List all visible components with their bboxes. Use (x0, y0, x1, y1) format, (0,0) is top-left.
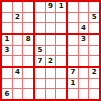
box-r2c3: 3 (68, 35, 99, 66)
cell-r5c9-empty[interactable] (89, 46, 99, 56)
cell-r4c2-empty[interactable] (13, 35, 23, 45)
cell-r1c3-empty[interactable] (23, 2, 33, 12)
cell-r9c6-empty[interactable] (56, 89, 66, 99)
cell-r7c8-empty[interactable] (79, 68, 89, 78)
cell-r7c7-given: 7 (68, 68, 78, 78)
box-r3c3: 721 (68, 68, 99, 99)
box-r2c2: 572 (35, 35, 66, 66)
cell-r1c8-empty[interactable] (79, 2, 89, 12)
box-r3c1: 46 (2, 68, 33, 99)
cell-r2c3-empty[interactable] (23, 13, 33, 23)
cell-r4c9-empty[interactable] (89, 35, 99, 45)
cell-r4c4-empty[interactable] (35, 35, 45, 45)
box-r1c3: 54 (68, 2, 99, 33)
cell-r4c5-empty[interactable] (46, 35, 56, 45)
cell-r5c3-empty[interactable] (23, 46, 33, 56)
cell-r6c7-empty[interactable] (68, 56, 78, 66)
cell-r2c8-empty[interactable] (79, 13, 89, 23)
cell-r7c6-empty[interactable] (56, 68, 66, 78)
cell-r8c8-empty[interactable] (79, 79, 89, 89)
cell-r9c9-empty[interactable] (89, 89, 99, 99)
cell-r9c2-empty[interactable] (13, 89, 23, 99)
cell-r3c7-empty[interactable] (68, 23, 78, 33)
cell-r4c3-given: 8 (23, 35, 33, 45)
box-r3c2 (35, 68, 66, 99)
cell-r3c3-empty[interactable] (23, 23, 33, 33)
cell-r1c1-empty[interactable] (2, 2, 12, 12)
cell-r3c8-given: 4 (79, 23, 89, 33)
cell-r9c8-empty[interactable] (79, 89, 89, 99)
cell-r8c1-empty[interactable] (2, 79, 12, 89)
cell-r7c4-empty[interactable] (35, 68, 45, 78)
cell-r9c3-empty[interactable] (23, 89, 33, 99)
cell-r6c2-empty[interactable] (13, 56, 23, 66)
cell-r7c9-given: 2 (89, 68, 99, 78)
cell-r1c9-empty[interactable] (89, 2, 99, 12)
cell-r8c5-empty[interactable] (46, 79, 56, 89)
cell-r6c1-empty[interactable] (2, 56, 12, 66)
cell-r2c9-given: 5 (89, 13, 99, 23)
cell-r5c6-empty[interactable] (56, 46, 66, 56)
cell-r2c1-empty[interactable] (2, 13, 12, 23)
cell-r9c7-empty[interactable] (68, 89, 78, 99)
cell-r6c3-empty[interactable] (23, 56, 33, 66)
cell-r3c5-empty[interactable] (46, 23, 56, 33)
cell-r1c4-empty[interactable] (35, 2, 45, 12)
cell-r2c2-given: 2 (13, 13, 23, 23)
box-r1c2: 91 (35, 2, 66, 33)
box-r2c1: 183 (2, 35, 33, 66)
cell-r1c2-empty[interactable] (13, 2, 23, 12)
cell-r8c4-empty[interactable] (35, 79, 45, 89)
cell-r1c5-given: 9 (46, 2, 56, 12)
cell-r9c1-given: 6 (2, 89, 12, 99)
cell-r4c6-empty[interactable] (56, 35, 66, 45)
cell-r3c9-empty[interactable] (89, 23, 99, 33)
cell-r1c6-given: 1 (56, 2, 66, 12)
cell-r4c7-empty[interactable] (68, 35, 78, 45)
cell-r9c4-empty[interactable] (35, 89, 45, 99)
cell-r8c6-empty[interactable] (56, 79, 66, 89)
cell-r6c5-given: 2 (46, 56, 56, 66)
cell-r5c4-given: 5 (35, 46, 45, 56)
cell-r5c5-empty[interactable] (46, 46, 56, 56)
cell-r2c7-empty[interactable] (68, 13, 78, 23)
sudoku-board: 29154183572346721 (0, 0, 101, 101)
cell-r9c5-empty[interactable] (46, 89, 56, 99)
cell-r5c7-empty[interactable] (68, 46, 78, 56)
cell-r8c2-empty[interactable] (13, 79, 23, 89)
cell-r8c7-given: 1 (68, 79, 78, 89)
box-r1c1: 2 (2, 2, 33, 33)
cell-r6c8-empty[interactable] (79, 56, 89, 66)
cell-r3c1-empty[interactable] (2, 23, 12, 33)
cell-r7c5-empty[interactable] (46, 68, 56, 78)
cell-r4c1-given: 1 (2, 35, 12, 45)
cell-r4c8-given: 3 (79, 35, 89, 45)
cell-r5c1-given: 3 (2, 46, 12, 56)
cell-r6c9-empty[interactable] (89, 56, 99, 66)
cell-r7c2-given: 4 (13, 68, 23, 78)
cell-r8c9-empty[interactable] (89, 79, 99, 89)
cell-r8c3-empty[interactable] (23, 79, 33, 89)
cell-r3c2-empty[interactable] (13, 23, 23, 33)
cell-r2c5-empty[interactable] (46, 13, 56, 23)
cell-r6c4-given: 7 (35, 56, 45, 66)
cell-r7c3-empty[interactable] (23, 68, 33, 78)
cell-r3c4-empty[interactable] (35, 23, 45, 33)
cell-r7c1-empty[interactable] (2, 68, 12, 78)
cell-r5c8-empty[interactable] (79, 46, 89, 56)
cell-r2c6-empty[interactable] (56, 13, 66, 23)
cell-r2c4-empty[interactable] (35, 13, 45, 23)
cell-r1c7-empty[interactable] (68, 2, 78, 12)
cell-r6c6-empty[interactable] (56, 56, 66, 66)
cell-r3c6-empty[interactable] (56, 23, 66, 33)
cell-r5c2-empty[interactable] (13, 46, 23, 56)
